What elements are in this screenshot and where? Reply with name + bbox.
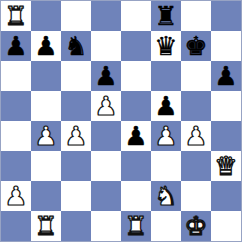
square-d3[interactable]	[91, 151, 121, 181]
square-b8[interactable]	[31, 1, 61, 31]
square-d5[interactable]: ♟	[91, 91, 121, 121]
black-pawn-icon[interactable]: ♟	[94, 61, 117, 91]
white-king-icon[interactable]: ♚	[184, 211, 207, 241]
square-d7[interactable]	[91, 31, 121, 61]
square-f2[interactable]: ♞	[151, 181, 181, 211]
square-c7[interactable]: ♞	[61, 31, 91, 61]
square-g4[interactable]: ♟	[181, 121, 211, 151]
black-king-icon[interactable]: ♚	[184, 31, 207, 61]
square-f3[interactable]	[151, 151, 181, 181]
square-f7[interactable]: ♛	[151, 31, 181, 61]
black-queen-icon[interactable]: ♛	[154, 31, 177, 61]
black-pawn-icon[interactable]: ♟	[154, 91, 177, 121]
square-b5[interactable]	[31, 91, 61, 121]
square-g8[interactable]	[181, 1, 211, 31]
square-h6[interactable]: ♟	[211, 61, 241, 91]
square-d4[interactable]	[91, 121, 121, 151]
square-e1[interactable]: ♜	[121, 211, 151, 241]
square-d2[interactable]	[91, 181, 121, 211]
square-b3[interactable]	[31, 151, 61, 181]
chess-board: ♜♜♟♟♞♛♚♟♟♟♟♟♟♟♟♟♛♟♞♜♜♚	[0, 0, 242, 242]
square-d1[interactable]	[91, 211, 121, 241]
square-a6[interactable]	[1, 61, 31, 91]
square-a4[interactable]	[1, 121, 31, 151]
square-c1[interactable]	[61, 211, 91, 241]
white-pawn-icon[interactable]: ♟	[34, 121, 57, 151]
black-pawn-icon[interactable]: ♟	[34, 31, 57, 61]
white-pawn-icon[interactable]: ♟	[4, 181, 27, 211]
black-pawn-icon[interactable]: ♟	[214, 61, 237, 91]
square-e6[interactable]	[121, 61, 151, 91]
square-h7[interactable]	[211, 31, 241, 61]
square-f1[interactable]	[151, 211, 181, 241]
square-a7[interactable]: ♟	[1, 31, 31, 61]
square-c5[interactable]	[61, 91, 91, 121]
square-g7[interactable]: ♚	[181, 31, 211, 61]
square-f8[interactable]: ♜	[151, 1, 181, 31]
square-e3[interactable]	[121, 151, 151, 181]
square-h4[interactable]	[211, 121, 241, 151]
black-pawn-icon[interactable]: ♟	[4, 31, 27, 61]
white-queen-icon[interactable]: ♛	[214, 151, 237, 181]
white-pawn-icon[interactable]: ♟	[64, 121, 87, 151]
square-b2[interactable]	[31, 181, 61, 211]
square-a3[interactable]	[1, 151, 31, 181]
square-g3[interactable]	[181, 151, 211, 181]
square-e4[interactable]: ♟	[121, 121, 151, 151]
square-h1[interactable]	[211, 211, 241, 241]
square-c2[interactable]	[61, 181, 91, 211]
white-rook-icon[interactable]: ♜	[4, 1, 27, 31]
square-b4[interactable]: ♟	[31, 121, 61, 151]
white-rook-icon[interactable]: ♜	[124, 211, 147, 241]
white-knight-icon[interactable]: ♞	[154, 181, 177, 211]
white-pawn-icon[interactable]: ♟	[154, 121, 177, 151]
square-a1[interactable]	[1, 211, 31, 241]
square-g1[interactable]: ♚	[181, 211, 211, 241]
square-h8[interactable]	[211, 1, 241, 31]
square-c6[interactable]	[61, 61, 91, 91]
square-b6[interactable]	[31, 61, 61, 91]
white-rook-icon[interactable]: ♜	[34, 211, 57, 241]
square-a8[interactable]: ♜	[1, 1, 31, 31]
square-e8[interactable]	[121, 1, 151, 31]
square-f4[interactable]: ♟	[151, 121, 181, 151]
white-pawn-icon[interactable]: ♟	[184, 121, 207, 151]
square-e7[interactable]	[121, 31, 151, 61]
square-a5[interactable]	[1, 91, 31, 121]
square-f5[interactable]: ♟	[151, 91, 181, 121]
square-c3[interactable]	[61, 151, 91, 181]
square-c4[interactable]: ♟	[61, 121, 91, 151]
square-e2[interactable]	[121, 181, 151, 211]
square-f6[interactable]	[151, 61, 181, 91]
square-d8[interactable]	[91, 1, 121, 31]
black-knight-icon[interactable]: ♞	[64, 31, 87, 61]
square-d6[interactable]: ♟	[91, 61, 121, 91]
white-pawn-icon[interactable]: ♟	[94, 91, 117, 121]
square-g5[interactable]	[181, 91, 211, 121]
square-e5[interactable]	[121, 91, 151, 121]
square-h5[interactable]	[211, 91, 241, 121]
square-g6[interactable]	[181, 61, 211, 91]
square-h3[interactable]: ♛	[211, 151, 241, 181]
square-g2[interactable]	[181, 181, 211, 211]
square-b7[interactable]: ♟	[31, 31, 61, 61]
square-c8[interactable]	[61, 1, 91, 31]
black-rook-icon[interactable]: ♜	[154, 1, 177, 31]
square-h2[interactable]	[211, 181, 241, 211]
black-pawn-icon[interactable]: ♟	[124, 121, 147, 151]
square-b1[interactable]: ♜	[31, 211, 61, 241]
square-a2[interactable]: ♟	[1, 181, 31, 211]
